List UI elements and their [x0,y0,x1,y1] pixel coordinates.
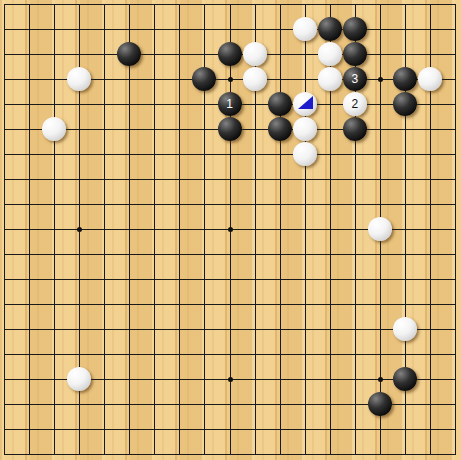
move-number-label: 2 [351,98,358,110]
stone-D16[interactable] [67,67,91,91]
stone-N15[interactable] [293,92,317,116]
grid-line-vertical [305,4,306,455]
grid-line-vertical [455,4,456,455]
move-number-label: 1 [226,98,233,110]
stone-P17[interactable] [343,42,367,66]
stone-P18[interactable] [343,17,367,41]
star-point [77,227,82,232]
stone-J16[interactable] [192,67,216,91]
stone-N14[interactable] [293,117,317,141]
stone-L16[interactable] [243,67,267,91]
stone-K14[interactable] [218,117,242,141]
stone-Q10[interactable] [368,217,392,241]
stone-R6[interactable] [393,317,417,341]
go-board[interactable]: 132 [0,0,461,460]
star-point [228,77,233,82]
stone-P16[interactable]: 3 [343,67,367,91]
grid-line-horizontal [4,279,456,280]
grid-line-horizontal [4,329,456,330]
stone-N13[interactable] [293,142,317,166]
star-point [228,377,233,382]
stone-O16[interactable] [318,67,342,91]
stone-M14[interactable] [268,117,292,141]
triangle-marker-icon [298,96,313,109]
stone-K17[interactable] [218,42,242,66]
stone-O18[interactable] [318,17,342,41]
stone-C14[interactable] [42,117,66,141]
stone-N18[interactable] [293,17,317,41]
stone-O17[interactable] [318,42,342,66]
star-point [378,77,383,82]
stone-P15[interactable]: 2 [343,92,367,116]
move-number-label: 3 [351,73,358,85]
stone-Q3[interactable] [368,392,392,416]
stone-K15[interactable]: 1 [218,92,242,116]
stone-D4[interactable] [67,367,91,391]
grid-line-vertical [280,4,281,455]
stone-P14[interactable] [343,117,367,141]
stone-L17[interactable] [243,42,267,66]
grid-line-horizontal [4,254,456,255]
grid-line-horizontal [4,454,456,455]
stone-R16[interactable] [393,67,417,91]
stone-S16[interactable] [418,67,442,91]
stone-M15[interactable] [268,92,292,116]
grid-line-horizontal [4,304,456,305]
star-point [228,227,233,232]
stone-F17[interactable] [117,42,141,66]
grid-line-horizontal [4,429,456,430]
stone-R15[interactable] [393,92,417,116]
grid-line-horizontal [4,354,456,355]
stone-R4[interactable] [393,367,417,391]
star-point [378,377,383,382]
